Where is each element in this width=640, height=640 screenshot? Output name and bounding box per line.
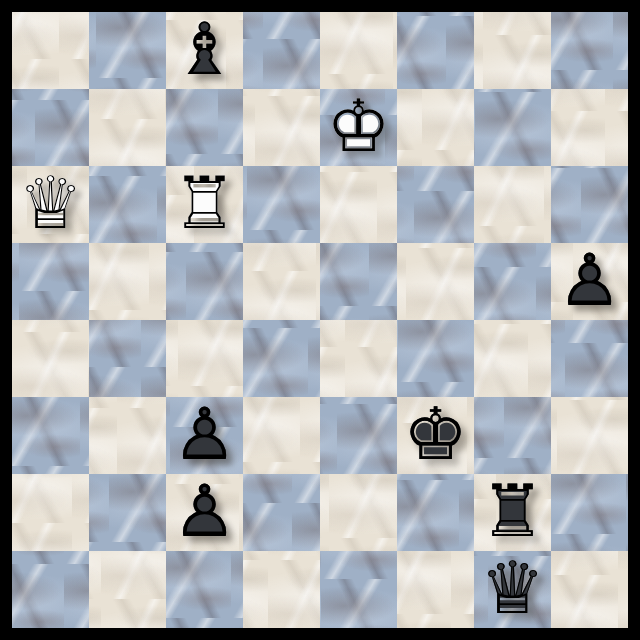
square-c3[interactable]: ♟♙ [166, 397, 243, 474]
square-f3[interactable]: ♚♔ [397, 397, 474, 474]
piece-black-bishop[interactable]: ♝♗ [166, 12, 243, 89]
black-pawn-outline-icon: ♙ [166, 397, 243, 472]
black-king-outline-icon: ♔ [397, 397, 474, 472]
white-queen-outline-icon: ♕ [12, 166, 89, 241]
black-pawn-outline-icon: ♙ [166, 474, 243, 549]
square-c5[interactable] [166, 243, 243, 320]
square-d5[interactable] [243, 243, 320, 320]
square-f1[interactable] [397, 551, 474, 628]
square-e3[interactable] [320, 397, 397, 474]
square-h7[interactable] [551, 89, 628, 166]
square-f2[interactable] [397, 474, 474, 551]
square-e7[interactable]: ♚♔ [320, 89, 397, 166]
square-d7[interactable] [243, 89, 320, 166]
square-d2[interactable] [243, 474, 320, 551]
square-f5[interactable] [397, 243, 474, 320]
square-f4[interactable] [397, 320, 474, 397]
square-e4[interactable] [320, 320, 397, 397]
square-b6[interactable] [89, 166, 166, 243]
square-h6[interactable] [551, 166, 628, 243]
square-g4[interactable] [474, 320, 551, 397]
square-g8[interactable] [474, 12, 551, 89]
square-e5[interactable] [320, 243, 397, 320]
square-h5[interactable]: ♟♙ [551, 243, 628, 320]
square-c6[interactable]: ♜♖ [166, 166, 243, 243]
square-e2[interactable] [320, 474, 397, 551]
square-g3[interactable] [474, 397, 551, 474]
piece-black-pawn[interactable]: ♟♙ [166, 397, 243, 474]
square-a1[interactable] [12, 551, 89, 628]
square-f7[interactable] [397, 89, 474, 166]
square-a7[interactable] [12, 89, 89, 166]
square-b8[interactable] [89, 12, 166, 89]
square-b2[interactable] [89, 474, 166, 551]
square-b4[interactable] [89, 320, 166, 397]
square-a3[interactable] [12, 397, 89, 474]
white-king-outline-icon: ♔ [320, 89, 397, 164]
square-d6[interactable] [243, 166, 320, 243]
square-h8[interactable] [551, 12, 628, 89]
square-b3[interactable] [89, 397, 166, 474]
square-b7[interactable] [89, 89, 166, 166]
square-h3[interactable] [551, 397, 628, 474]
square-d1[interactable] [243, 551, 320, 628]
square-g5[interactable] [474, 243, 551, 320]
square-g6[interactable] [474, 166, 551, 243]
square-e8[interactable] [320, 12, 397, 89]
square-h2[interactable] [551, 474, 628, 551]
square-b5[interactable] [89, 243, 166, 320]
piece-black-king[interactable]: ♚♔ [397, 397, 474, 474]
piece-white-rook[interactable]: ♜♖ [166, 166, 243, 243]
square-e6[interactable] [320, 166, 397, 243]
piece-white-king[interactable]: ♚♔ [320, 89, 397, 166]
black-bishop-outline-icon: ♗ [166, 12, 243, 87]
square-g1[interactable]: ♛♕ [474, 551, 551, 628]
square-c2[interactable]: ♟♙ [166, 474, 243, 551]
square-d3[interactable] [243, 397, 320, 474]
square-b1[interactable] [89, 551, 166, 628]
square-a8[interactable] [12, 12, 89, 89]
square-h4[interactable] [551, 320, 628, 397]
square-a2[interactable] [12, 474, 89, 551]
square-c7[interactable] [166, 89, 243, 166]
square-e1[interactable] [320, 551, 397, 628]
square-c8[interactable]: ♝♗ [166, 12, 243, 89]
white-rook-outline-icon: ♖ [166, 166, 243, 241]
piece-black-pawn[interactable]: ♟♙ [551, 243, 628, 320]
square-d8[interactable] [243, 12, 320, 89]
chess-board: ♝♗♚♔♛♕♜♖♟♙♟♙♚♔♟♙♜♖♛♕ [12, 12, 628, 628]
square-g7[interactable] [474, 89, 551, 166]
black-rook-outline-icon: ♖ [474, 474, 551, 549]
square-g2[interactable]: ♜♖ [474, 474, 551, 551]
square-h1[interactable] [551, 551, 628, 628]
square-c1[interactable] [166, 551, 243, 628]
square-d4[interactable] [243, 320, 320, 397]
square-a6[interactable]: ♛♕ [12, 166, 89, 243]
black-queen-outline-icon: ♕ [474, 551, 551, 626]
piece-white-queen[interactable]: ♛♕ [12, 166, 89, 243]
square-f8[interactable] [397, 12, 474, 89]
chess-app: ♝♗♚♔♛♕♜♖♟♙♟♙♚♔♟♙♜♖♛♕ [0, 0, 640, 640]
square-c4[interactable] [166, 320, 243, 397]
square-f6[interactable] [397, 166, 474, 243]
piece-black-rook[interactable]: ♜♖ [474, 474, 551, 551]
piece-black-queen[interactable]: ♛♕ [474, 551, 551, 628]
square-a4[interactable] [12, 320, 89, 397]
black-pawn-outline-icon: ♙ [551, 243, 628, 318]
square-a5[interactable] [12, 243, 89, 320]
piece-black-pawn[interactable]: ♟♙ [166, 474, 243, 551]
